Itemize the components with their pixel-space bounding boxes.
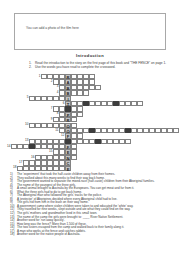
- clue-number-label: 4: [53, 90, 59, 95]
- clue-number-label: 13: [23, 138, 29, 143]
- clue-number-label: 6: [59, 101, 65, 106]
- clue-list: 1)The 'experiment' that took the half-ca…: [10, 173, 173, 237]
- clue-number-label: 12: [59, 133, 65, 138]
- grid-cell[interactable]: [173, 128, 179, 133]
- clue-item-number: 18): [10, 233, 17, 237]
- grid-cell[interactable]: [83, 90, 89, 95]
- clue-number-label: 17: [17, 160, 23, 165]
- clue-number-label: 5: [23, 95, 29, 100]
- clue-number-label: 15: [47, 149, 53, 154]
- grid-cell[interactable]: [95, 85, 101, 90]
- clue-number-label: 10: [23, 122, 29, 127]
- grid-cell[interactable]: [125, 139, 131, 144]
- clue-number-label: 9: [47, 117, 53, 122]
- clue-number-label: 18: [11, 165, 17, 170]
- theme-letter-cell[interactable]: E: [65, 166, 71, 171]
- clue-item-text: Another word for the native people of Au…: [17, 233, 173, 237]
- grid-cell[interactable]: [71, 155, 77, 160]
- clue-number-label: 8: [53, 111, 59, 116]
- clue-number-label: 16: [29, 155, 35, 160]
- crossword-grid: 1R2A3B4B5I6T78P9R10O11O12F1314F15E16N17C…: [0, 0, 180, 180]
- clue-number-label: 14: [5, 144, 11, 149]
- grid-cell[interactable]: [137, 101, 143, 106]
- theme-letter: E: [66, 167, 70, 172]
- grid-cell[interactable]: [77, 112, 83, 117]
- clue-number-label: 1: [35, 74, 41, 79]
- worksheet-page: You can add a photo of the film here Int…: [0, 0, 180, 256]
- clue-item: 18)Another word for the native people of…: [10, 233, 173, 237]
